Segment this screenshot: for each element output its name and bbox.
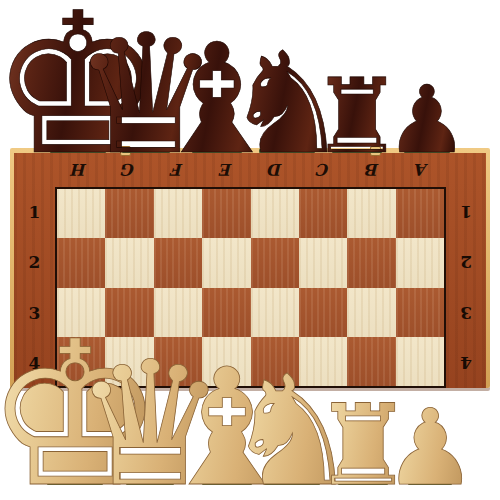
square [57,238,105,287]
square [299,337,347,386]
felt-base [126,481,174,485]
square [299,189,347,238]
square [154,238,202,287]
square [299,288,347,337]
square [396,238,444,287]
file-label: D [251,153,300,187]
rank-label: 4 [446,338,486,388]
square [57,189,105,238]
square [347,189,395,238]
square [202,189,250,238]
board-frame: HGFEDCBA 1234 1234 [14,153,486,388]
rank-label: 1 [14,187,55,237]
board-squares [55,187,446,388]
file-label: C [299,153,348,187]
square [396,337,444,386]
square [202,288,250,337]
square [396,288,444,337]
square [347,288,395,337]
square [105,288,153,337]
square [154,288,202,337]
rank-label: 4 [14,338,55,388]
square [396,189,444,238]
file-label: F [153,153,202,187]
felt-base [338,481,388,485]
rank-labels-right: 1234 [446,187,486,388]
square [202,337,250,386]
square [347,238,395,287]
light-rook-piece: ♜ [313,380,413,500]
file-label: G [104,153,153,187]
file-label: E [202,153,251,187]
rank-label: 2 [446,237,486,287]
light-pawn-piece: ♟ [383,387,477,500]
square [154,189,202,238]
file-label: B [348,153,397,187]
rank-label: 1 [446,187,486,237]
square [251,189,299,238]
file-label: H [55,153,104,187]
square [105,238,153,287]
square [105,189,153,238]
square [105,337,153,386]
latch-hook-icon [370,146,381,156]
felt-base [264,481,320,485]
square [251,337,299,386]
rank-labels-left: 1234 [14,187,55,388]
square [57,337,105,386]
product-photo: HGFEDCBA 1234 1234 [0,0,500,500]
rank-label: 3 [446,288,486,338]
felt-base [202,481,252,485]
chess-board: HGFEDCBA 1234 1234 [10,148,490,388]
file-labels: HGFEDCBA [55,153,446,187]
square [251,238,299,287]
square [57,288,105,337]
file-label: A [397,153,446,187]
latch-hook-icon [120,146,131,156]
dark-pieces-row: ♚ ♛ ♝ ♞ ♜ ♟ [0,0,500,162]
square [347,337,395,386]
felt-base [47,481,103,485]
felt-base [408,481,452,485]
square [299,238,347,287]
rank-label: 2 [14,237,55,287]
square [202,238,250,287]
rank-label: 3 [14,288,55,338]
square [154,337,202,386]
square [251,288,299,337]
